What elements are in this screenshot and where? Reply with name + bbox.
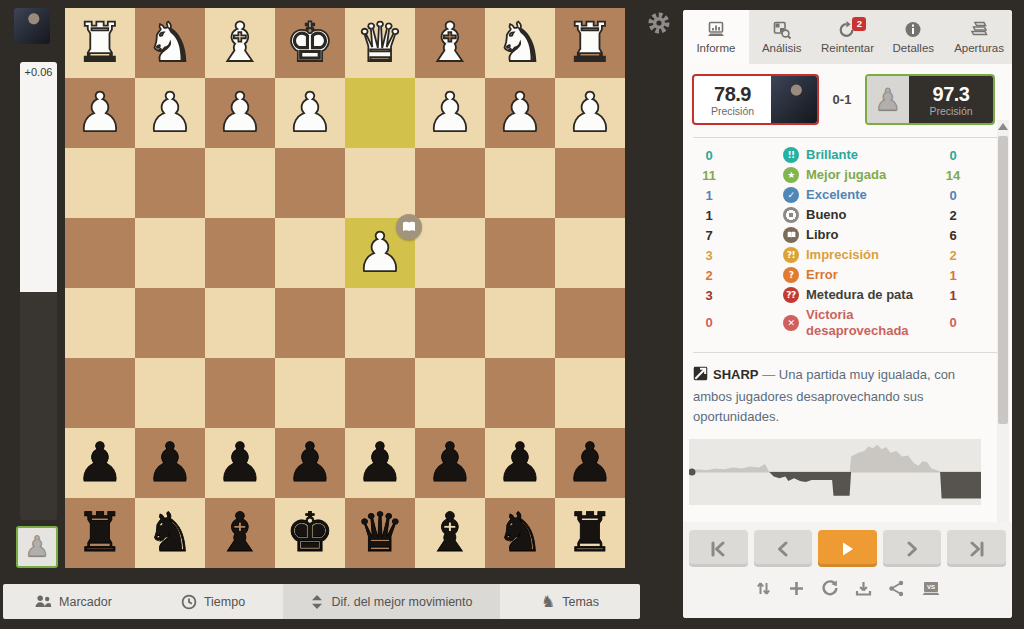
classification-icon: ✓ (783, 187, 799, 203)
playback-controls: VS (683, 522, 1012, 618)
classification-label: Brillante (806, 147, 858, 163)
play-icon (837, 539, 857, 559)
square-b7[interactable]: ♟ (485, 428, 555, 498)
square-c4[interactable] (415, 218, 485, 288)
white-p-piece[interactable]: ♟ (286, 78, 334, 148)
square-g6[interactable] (135, 358, 205, 428)
square-d5[interactable] (345, 288, 415, 358)
square-g5[interactable] (135, 288, 205, 358)
square-f8[interactable]: ♝ (205, 498, 275, 568)
white-p-piece[interactable]: ♟ (426, 78, 474, 148)
scroll-up-arrow-icon[interactable] (998, 123, 1008, 130)
square-g7[interactable]: ♟ (135, 428, 205, 498)
bottom-tab-marcador[interactable]: Marcador (3, 584, 143, 619)
white-p-piece[interactable]: ♟ (216, 78, 264, 148)
go-to-start-icon (708, 540, 728, 558)
black-pawn-avatar-icon: ♟ (875, 85, 902, 115)
black-count: 1 (934, 288, 972, 303)
knight-themes-icon: ♞ (541, 594, 555, 610)
add-icon[interactable] (788, 580, 805, 597)
square-h2[interactable]: ♟ (65, 78, 135, 148)
black-count: 14 (934, 168, 972, 183)
game-review-panel: Informe Análisis 2 Reintentar (683, 10, 1012, 618)
square-e4[interactable] (275, 218, 345, 288)
square-h7[interactable]: ♟ (65, 428, 135, 498)
bottom-tab-label: Marcador (59, 595, 112, 609)
sharp-style-icon (693, 366, 708, 387)
white-count: 0 (687, 148, 731, 163)
square-a8[interactable]: ♜ (555, 498, 625, 568)
square-b6[interactable] (485, 358, 555, 428)
classification-row[interactable]: 0✕Victoria desaprovechada0 (683, 305, 1012, 340)
square-g8[interactable]: ♞ (135, 498, 205, 568)
classification-icon (783, 207, 799, 223)
previous-move-icon (773, 540, 793, 558)
square-e5[interactable] (275, 288, 345, 358)
tab-label: Detalles (893, 42, 935, 54)
go-to-start-button[interactable] (689, 530, 748, 567)
game-result: 0-1 (819, 92, 865, 107)
square-b3[interactable] (485, 148, 555, 218)
square-e2[interactable]: ♟ (275, 78, 345, 148)
square-f7[interactable]: ♟ (205, 428, 275, 498)
square-d8[interactable]: ♛ (345, 498, 415, 568)
game-summary: SHARP — Una partida muy igualada, con am… (693, 365, 996, 427)
black-count: 1 (934, 268, 972, 283)
black-r-piece[interactable]: ♜ (76, 498, 124, 568)
square-c2[interactable]: ♟ (415, 78, 485, 148)
next-move-button[interactable] (883, 530, 942, 567)
book-move-badge (396, 214, 422, 240)
tab-detalles[interactable]: Detalles (880, 10, 946, 64)
square-f1[interactable]: ♝ (205, 8, 275, 78)
white-p-piece[interactable]: ♟ (566, 78, 614, 148)
black-player-avatar[interactable]: ♟ (16, 526, 58, 568)
square-b4[interactable] (485, 218, 555, 288)
black-count: 6 (934, 228, 972, 243)
summary-tag: SHARP (713, 367, 759, 382)
tab-reintentar[interactable]: 2 Reintentar (815, 10, 881, 64)
bottom-tab-label: Dif. del mejor movimiento (331, 595, 472, 609)
go-to-end-button[interactable] (947, 530, 1006, 567)
black-p-piece[interactable]: ♟ (496, 428, 544, 498)
bottom-tab-tiempo[interactable]: Tiempo (143, 584, 283, 619)
square-b5[interactable] (485, 288, 555, 358)
white-count: 1 (687, 188, 731, 203)
go-to-end-icon (967, 540, 987, 558)
square-h3[interactable] (65, 148, 135, 218)
square-e3[interactable] (275, 148, 345, 218)
evaluation-bar: +0.06 (20, 62, 57, 520)
classification-label: Libro (806, 227, 839, 243)
square-b1[interactable]: ♞ (485, 8, 555, 78)
classification-icon: ?? (783, 287, 799, 303)
share-icon[interactable] (888, 580, 905, 597)
black-p-piece[interactable]: ♟ (76, 428, 124, 498)
square-f2[interactable]: ♟ (205, 78, 275, 148)
black-p-piece[interactable]: ♟ (216, 428, 264, 498)
black-count: 0 (934, 148, 972, 163)
divider (693, 352, 998, 353)
play-button[interactable] (818, 530, 877, 567)
evaluation-bar-white-portion: +0.06 (20, 62, 57, 292)
black-accuracy-value: 97.3 (933, 83, 970, 105)
bottom-tab-dif-mejor-movimiento[interactable]: Dif. del mejor movimiento (283, 584, 500, 619)
sort-icon (310, 594, 324, 610)
square-c1[interactable]: ♝ (415, 8, 485, 78)
clock-icon (181, 594, 197, 610)
classification-label: Excelente (806, 187, 867, 203)
square-h1[interactable]: ♜ (65, 8, 135, 78)
bottom-tab-label: Tiempo (204, 595, 245, 609)
svg-text:VS: VS (926, 583, 934, 589)
tab-label: Análisis (762, 42, 802, 54)
square-a1[interactable]: ♜ (555, 8, 625, 78)
white-count: 0 (687, 315, 731, 330)
details-icon (903, 20, 923, 39)
tab-informe[interactable]: Informe (683, 10, 749, 64)
square-f3[interactable] (205, 148, 275, 218)
classification-label: Bueno (806, 207, 846, 223)
classification-row[interactable]: 1Bueno2 (683, 205, 1012, 225)
black-b-piece[interactable]: ♝ (216, 498, 264, 568)
black-count: 2 (934, 248, 972, 263)
square-g2[interactable]: ♟ (135, 78, 205, 148)
black-b-piece[interactable]: ♝ (426, 498, 474, 568)
retry-count-badge: 2 (852, 17, 866, 31)
black-k-piece[interactable]: ♚ (286, 498, 334, 568)
black-count: 0 (934, 188, 972, 203)
review-tabbar: Informe Análisis 2 Reintentar (683, 10, 1012, 64)
classification-row[interactable]: 11★Mejor jugada14 (683, 165, 1012, 185)
bottom-tab-temas[interactable]: ♞ Temas (500, 584, 640, 619)
analysis-board-icon (772, 20, 792, 39)
white-accuracy-value: 78.9 (714, 83, 751, 105)
white-r-piece[interactable]: ♜ (76, 8, 124, 78)
classification-row[interactable]: 3??Metedura de pata1 (683, 285, 1012, 305)
white-n-piece[interactable]: ♞ (146, 8, 194, 78)
square-c7[interactable]: ♟ (415, 428, 485, 498)
openings-icon (969, 20, 989, 39)
classification-icon: ✕ (783, 315, 799, 331)
evaluation-value: +0.06 (20, 62, 57, 78)
tab-label: Aperturas (954, 42, 1004, 54)
square-b2[interactable]: ♟ (485, 78, 555, 148)
square-c3[interactable] (415, 148, 485, 218)
square-g1[interactable]: ♞ (135, 8, 205, 78)
square-g4[interactable] (135, 218, 205, 288)
square-a7[interactable]: ♟ (555, 428, 625, 498)
white-p-piece[interactable]: ♟ (496, 78, 544, 148)
square-b8[interactable]: ♞ (485, 498, 555, 568)
move-classification-list: 0!!Brillante011★Mejor jugada141✓Excelent… (683, 145, 1012, 340)
scrollbar[interactable] (997, 120, 1009, 522)
white-accuracy-card[interactable]: 78.9 Precisión (692, 74, 819, 125)
classification-icon (783, 227, 799, 243)
tab-label: Informe (696, 42, 735, 54)
white-q-piece[interactable]: ♛ (356, 8, 404, 78)
classification-label: Mejor jugada (806, 167, 886, 183)
black-r-piece[interactable]: ♜ (566, 498, 614, 568)
square-f6[interactable] (205, 358, 275, 428)
black-p-piece[interactable]: ♟ (286, 428, 334, 498)
black-q-piece[interactable]: ♛ (356, 498, 404, 568)
square-d3[interactable] (345, 148, 415, 218)
classification-label: Error (806, 267, 838, 283)
download-icon[interactable] (855, 580, 872, 597)
white-count: 7 (687, 228, 731, 243)
black-p-piece[interactable]: ♟ (146, 428, 194, 498)
vs-computer-icon[interactable]: VS (921, 580, 941, 597)
black-accuracy-card[interactable]: ♟ 97.3 Precisión (865, 74, 995, 125)
square-a6[interactable] (555, 358, 625, 428)
black-n-piece[interactable]: ♞ (146, 498, 194, 568)
settings-gear-icon[interactable] (646, 10, 672, 36)
black-pawn-avatar-icon: ♟ (24, 533, 49, 561)
classification-icon: ?! (783, 247, 799, 263)
classification-icon: ★ (783, 167, 799, 183)
square-a2[interactable]: ♟ (555, 78, 625, 148)
scrollbar-thumb[interactable] (998, 136, 1008, 424)
evaluation-graph[interactable] (689, 439, 981, 505)
classification-label: Metedura de pata (806, 287, 913, 303)
tab-aperturas[interactable]: Aperturas (946, 10, 1012, 64)
square-g3[interactable] (135, 148, 205, 218)
square-e1[interactable]: ♚ (275, 8, 345, 78)
reload-icon[interactable] (821, 579, 839, 597)
next-move-icon (902, 540, 922, 558)
black-accuracy-label: Precisión (929, 105, 972, 117)
white-b-piece[interactable]: ♝ (426, 8, 474, 78)
analysis-bottom-bar: Marcador Tiempo Dif. del mejor movimient… (3, 584, 640, 619)
square-d6[interactable] (345, 358, 415, 428)
square-h6[interactable] (65, 358, 135, 428)
players-icon (34, 594, 52, 609)
classification-row[interactable]: 7Libro6 (683, 225, 1012, 245)
square-e7[interactable]: ♟ (275, 428, 345, 498)
square-f4[interactable] (205, 218, 275, 288)
square-a4[interactable] (555, 218, 625, 288)
white-count: 2 (687, 268, 731, 283)
square-h5[interactable] (65, 288, 135, 358)
tab-label: Reintentar (821, 42, 874, 54)
black-count: 0 (934, 315, 972, 330)
classification-label: Victoria desaprovechada (806, 307, 934, 338)
white-count: 3 (687, 288, 731, 303)
classification-row[interactable]: 1✓Excelente0 (683, 185, 1012, 205)
black-p-piece[interactable]: ♟ (566, 428, 614, 498)
white-p-piece[interactable]: ♟ (76, 78, 124, 148)
square-c8[interactable]: ♝ (415, 498, 485, 568)
black-p-piece[interactable]: ♟ (426, 428, 474, 498)
white-player-avatar[interactable] (14, 8, 50, 44)
white-p-piece[interactable]: ♟ (146, 78, 194, 148)
classification-row[interactable]: 0!!Brillante0 (683, 145, 1012, 165)
previous-move-button[interactable] (754, 530, 813, 567)
white-b-piece[interactable]: ♝ (216, 8, 264, 78)
classification-row[interactable]: 2?Error1 (683, 265, 1012, 285)
white-accuracy-label: Precisión (711, 105, 754, 117)
black-n-piece[interactable]: ♞ (496, 498, 544, 568)
white-count: 3 (687, 248, 731, 263)
square-e8[interactable]: ♚ (275, 498, 345, 568)
classification-label: Imprecisión (806, 247, 879, 263)
square-f5[interactable] (205, 288, 275, 358)
square-d1[interactable]: ♛ (345, 8, 415, 78)
black-p-piece[interactable]: ♟ (356, 428, 404, 498)
tab-analisis[interactable]: Análisis (749, 10, 815, 64)
white-n-piece[interactable]: ♞ (496, 8, 544, 78)
square-h4[interactable] (65, 218, 135, 288)
report-icon (706, 20, 726, 39)
flip-board-icon[interactable] (755, 580, 772, 597)
square-e6[interactable] (275, 358, 345, 428)
square-d7[interactable]: ♟ (345, 428, 415, 498)
classification-icon: ? (783, 267, 799, 283)
classification-icon: !! (783, 147, 799, 163)
white-count: 1 (687, 208, 731, 223)
summary-dash: — (762, 367, 775, 382)
square-d4[interactable]: ♟ (345, 218, 415, 288)
square-d2[interactable] (345, 78, 415, 148)
white-k-piece[interactable]: ♚ (286, 8, 334, 78)
white-player-photo (771, 76, 817, 123)
square-a3[interactable] (555, 148, 625, 218)
classification-row[interactable]: 3?!Imprecisión2 (683, 245, 1012, 265)
square-c6[interactable] (415, 358, 485, 428)
square-c5[interactable] (415, 288, 485, 358)
black-count: 2 (934, 208, 972, 223)
divider (693, 137, 998, 138)
chess-board[interactable]: ♜♞♝♚♛♝♞♜♟♟♟♟♟♟♟♟♟♟♟♟♟♟♟♟♜♞♝♚♛♝♞♜ (65, 8, 625, 568)
square-h8[interactable]: ♜ (65, 498, 135, 568)
white-r-piece[interactable]: ♜ (566, 8, 614, 78)
accuracy-row: 78.9 Precisión 0-1 ♟ 97.3 Precisión (685, 74, 1006, 125)
bottom-tab-label: Temas (562, 595, 599, 609)
white-count: 11 (687, 168, 731, 183)
report-scroll-area: 78.9 Precisión 0-1 ♟ 97.3 Precisión 0!!B… (683, 64, 1012, 522)
square-a5[interactable] (555, 288, 625, 358)
